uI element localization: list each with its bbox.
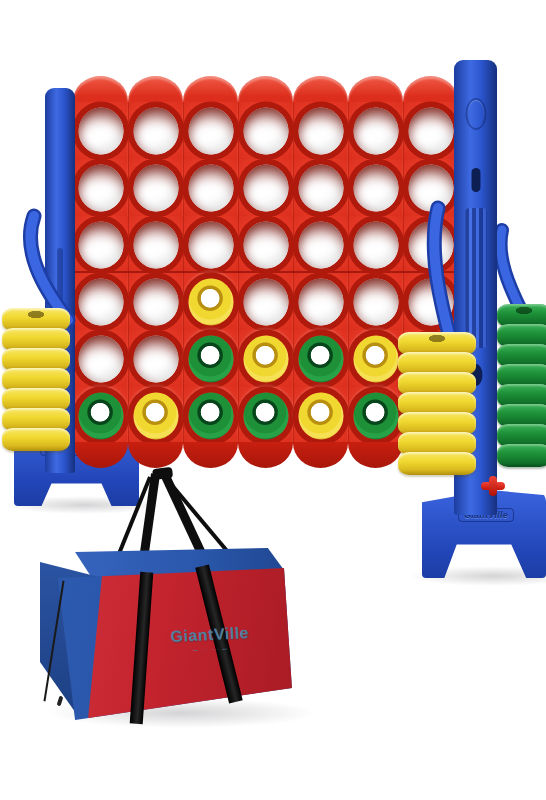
empty-hole	[78, 164, 123, 211]
empty-hole	[78, 221, 123, 268]
cell-c1r1[interactable]	[73, 102, 128, 159]
green-spare-disc	[497, 444, 546, 467]
red-knob-bar	[489, 476, 497, 496]
green-disc	[353, 392, 398, 439]
scallop-bump	[238, 76, 293, 102]
empty-hole	[353, 278, 398, 325]
empty-hole	[243, 278, 288, 325]
cell-c4r3[interactable]	[238, 216, 293, 273]
empty-hole	[353, 164, 398, 211]
right-post-emboss-oval	[465, 98, 486, 130]
cell-c3r6[interactable]	[183, 387, 238, 444]
right-back-disc-stack	[497, 304, 546, 467]
bag-strap-knot	[152, 467, 173, 480]
empty-hole	[298, 278, 343, 325]
scallop-bump	[128, 76, 183, 102]
empty-hole	[133, 278, 178, 325]
cell-c3r5[interactable]	[183, 330, 238, 387]
right-post-slot-hole	[471, 168, 480, 192]
scallop-bump	[293, 76, 348, 102]
bag-zipper-pull	[57, 696, 64, 707]
right-front-holder-rod	[420, 200, 470, 350]
cell-c5r3[interactable]	[293, 216, 348, 273]
scallop-bump	[128, 442, 183, 468]
cell-c4r4[interactable]	[238, 273, 293, 330]
cell-c5r4[interactable]	[293, 273, 348, 330]
cell-c4r5[interactable]	[238, 330, 293, 387]
cell-c6r5[interactable]	[348, 330, 403, 387]
empty-hole	[353, 107, 398, 154]
cell-c2r3[interactable]	[128, 216, 183, 273]
scallop-bump	[403, 76, 458, 102]
yellow-disc	[298, 392, 343, 439]
cell-c6r3[interactable]	[348, 216, 403, 273]
empty-hole	[188, 107, 233, 154]
scallop-bump	[348, 442, 403, 468]
cell-c1r6[interactable]	[73, 387, 128, 444]
cell-c2r2[interactable]	[128, 159, 183, 216]
scallop-bump	[73, 442, 128, 468]
scallop-bump	[348, 76, 403, 102]
board-top-scallops	[73, 76, 458, 102]
cell-c1r5[interactable]	[73, 330, 128, 387]
green-disc	[298, 335, 343, 382]
yellow-spare-disc	[2, 428, 70, 451]
green-disc	[188, 335, 233, 382]
cell-c3r2[interactable]	[183, 159, 238, 216]
cell-c5r1[interactable]	[293, 102, 348, 159]
cell-c5r2[interactable]	[293, 159, 348, 216]
cell-c4r6[interactable]	[238, 387, 293, 444]
cell-c5r5[interactable]	[293, 330, 348, 387]
scallop-bump	[183, 76, 238, 102]
empty-hole	[188, 221, 233, 268]
cell-c5r6[interactable]	[293, 387, 348, 444]
yellow-disc	[243, 335, 288, 382]
yellow-disc	[353, 335, 398, 382]
empty-hole	[133, 107, 178, 154]
scallop-bump	[293, 442, 348, 468]
empty-hole	[133, 164, 178, 211]
cell-c3r1[interactable]	[183, 102, 238, 159]
yellow-spare-disc	[398, 452, 476, 475]
cell-c4r2[interactable]	[238, 159, 293, 216]
scallop-bump	[238, 442, 293, 468]
scallop-bump	[183, 442, 238, 468]
empty-hole	[298, 107, 343, 154]
cell-c2r1[interactable]	[128, 102, 183, 159]
cell-c2r5[interactable]	[128, 330, 183, 387]
cell-c7r1[interactable]	[403, 102, 458, 159]
cell-c3r4[interactable]	[183, 273, 238, 330]
left-disc-stack	[2, 308, 70, 451]
scallop-bump	[73, 76, 128, 102]
green-disc	[78, 392, 123, 439]
empty-hole	[353, 221, 398, 268]
cell-c2r4[interactable]	[128, 273, 183, 330]
empty-hole	[133, 221, 178, 268]
cell-c6r1[interactable]	[348, 102, 403, 159]
cell-c6r6[interactable]	[348, 387, 403, 444]
empty-hole	[298, 164, 343, 211]
green-disc	[188, 392, 233, 439]
yellow-disc	[188, 278, 233, 325]
empty-hole	[78, 335, 123, 382]
empty-hole	[243, 221, 288, 268]
carry-bag: GiantVille — ··· ··· —	[40, 548, 296, 724]
empty-hole	[78, 107, 123, 154]
cell-c6r2[interactable]	[348, 159, 403, 216]
empty-hole	[408, 107, 453, 154]
empty-hole	[243, 164, 288, 211]
empty-hole	[133, 335, 178, 382]
empty-hole	[298, 221, 343, 268]
yellow-disc	[133, 392, 178, 439]
red-knob	[481, 476, 505, 496]
cell-c2r6[interactable]	[128, 387, 183, 444]
green-disc	[243, 392, 288, 439]
empty-hole	[243, 107, 288, 154]
cell-c6r4[interactable]	[348, 273, 403, 330]
product-photo: GiantVille GiantVille	[0, 0, 546, 800]
right-front-disc-stack	[398, 332, 476, 475]
cell-c4r1[interactable]	[238, 102, 293, 159]
empty-hole	[78, 278, 123, 325]
cell-c3r3[interactable]	[183, 216, 238, 273]
empty-hole	[188, 164, 233, 211]
